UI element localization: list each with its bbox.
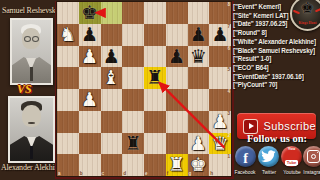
file-label: c: [102, 171, 105, 176]
piece-bK-b8[interactable]: ♚: [81, 2, 98, 24]
square-d6[interactable]: [122, 46, 144, 68]
square-a3[interactable]: [57, 111, 79, 133]
square-b7[interactable]: ♟: [79, 24, 101, 46]
square-h1[interactable]: 1h: [209, 154, 231, 176]
piece-wQ-h2[interactable]: ♛: [212, 133, 229, 155]
square-f2[interactable]: [166, 133, 188, 155]
file-label: a: [58, 171, 61, 176]
square-h6[interactable]: 6: [209, 46, 231, 68]
square-e8[interactable]: [144, 2, 166, 24]
player-name-white: Alexander Alekhine: [1, 163, 62, 172]
square-c2[interactable]: [101, 133, 123, 155]
pgn-tag-line-5: ["Black" Samuel Reshevsky]: [233, 47, 320, 56]
piece-bP-b7[interactable]: ♟: [81, 24, 98, 46]
pgn-tag-line-9: ["PlyCount" 70]: [233, 81, 320, 90]
square-a6[interactable]: [57, 46, 79, 68]
file-label: e: [145, 171, 148, 176]
twitter-bird-icon: [261, 150, 276, 163]
file-label: g: [189, 171, 192, 176]
square-h7[interactable]: 7♟: [209, 24, 231, 46]
rank-label: 7: [227, 24, 230, 29]
square-h2[interactable]: 2♛: [209, 133, 231, 155]
piece-bP-f6[interactable]: ♟: [168, 46, 185, 68]
square-f1[interactable]: f♜: [166, 154, 188, 176]
square-b3[interactable]: [79, 111, 101, 133]
chess-board[interactable]: ♚8♞♟♟7♟♟♟♟♛6♝♜5♟43♟♜♟2♛abcdef♜g♚1h: [57, 2, 231, 176]
square-b5[interactable]: [79, 67, 101, 89]
square-d8[interactable]: [122, 2, 144, 24]
square-c5[interactable]: ♝: [101, 67, 123, 89]
square-d3[interactable]: [122, 111, 144, 133]
piece-bP-h7[interactable]: ♟: [212, 24, 229, 46]
square-h5[interactable]: 5: [209, 67, 231, 89]
piece-bP-c6[interactable]: ♟: [103, 46, 120, 68]
square-c3[interactable]: [101, 111, 123, 133]
piece-wP-b4[interactable]: ♟: [81, 89, 98, 111]
rank-label: 5: [227, 67, 230, 72]
pgn-tag-line-4: ["White" Alexander Alekhine]: [233, 38, 320, 47]
square-b6[interactable]: ♟: [79, 46, 101, 68]
square-e6[interactable]: [144, 46, 166, 68]
square-f4[interactable]: [166, 89, 188, 111]
square-b2[interactable]: [79, 133, 101, 155]
square-c1[interactable]: c: [101, 154, 123, 176]
square-g6[interactable]: ♛: [188, 46, 210, 68]
rank-label: 4: [227, 89, 230, 94]
instagram-camera-icon: [307, 150, 320, 163]
piece-wR-f1[interactable]: ♜: [168, 154, 185, 176]
twitter-icon[interactable]: [258, 146, 279, 167]
square-e2[interactable]: [144, 133, 166, 155]
youtube-tube-text: Tube: [285, 160, 298, 166]
rank-label: 8: [227, 2, 230, 7]
rank-label: 1: [227, 154, 230, 159]
square-a5[interactable]: [57, 67, 79, 89]
square-a4[interactable]: [57, 89, 79, 111]
square-d1[interactable]: d: [122, 154, 144, 176]
square-a8[interactable]: [57, 2, 79, 24]
pgn-tag-line-8: ["EventDate" 1937.06.16]: [233, 73, 320, 82]
square-g8[interactable]: [188, 2, 210, 24]
square-c4[interactable]: [101, 89, 123, 111]
piece-wB-c5[interactable]: ♝: [103, 67, 120, 89]
file-label: b: [80, 171, 83, 176]
portrait-tie: [30, 146, 33, 159]
rank-label: 2: [227, 133, 230, 138]
piece-wP-g2[interactable]: ♟: [190, 133, 207, 155]
square-c6[interactable]: ♟: [101, 46, 123, 68]
piece-bR-e5[interactable]: ♜: [146, 67, 163, 89]
square-e3[interactable]: [144, 111, 166, 133]
player-name-black: Samuel Reshevsky: [2, 6, 59, 15]
pgn-tag-line-7: ["ECO" B64]: [233, 64, 320, 73]
glasses-left-lens: [24, 36, 31, 42]
square-g2[interactable]: ♟: [188, 133, 210, 155]
king-icon: ♚: [292, 1, 320, 16]
square-f3[interactable]: [166, 111, 188, 133]
square-h4[interactable]: 4: [209, 89, 231, 111]
facebook-icon[interactable]: f: [235, 146, 256, 167]
square-c7[interactable]: [101, 24, 123, 46]
portrait-tie: [30, 67, 33, 81]
alekhine-photo: [8, 96, 55, 163]
vs-label: VS: [17, 82, 32, 97]
youtube-icon[interactable]: You Tube: [281, 146, 302, 167]
square-e5[interactable]: ♜: [144, 67, 166, 89]
square-b4[interactable]: ♟: [79, 89, 101, 111]
file-label: f: [167, 171, 169, 176]
piece-bP-g7[interactable]: ♟: [190, 24, 207, 46]
square-a1[interactable]: a: [57, 154, 79, 176]
square-f8[interactable]: [166, 2, 188, 24]
piece-wK-g1[interactable]: ♚: [190, 154, 207, 176]
square-d5[interactable]: [122, 67, 144, 89]
square-e7[interactable]: [144, 24, 166, 46]
subscribe-label: Subscribe: [263, 120, 316, 132]
youtube-you-text: You: [285, 146, 298, 151]
square-a2[interactable]: [57, 133, 79, 155]
square-b8[interactable]: ♚: [79, 2, 101, 24]
instagram-icon[interactable]: [303, 146, 320, 167]
square-f5[interactable]: [166, 67, 188, 89]
piece-wN-a7[interactable]: ♞: [59, 24, 76, 46]
portrait-mustache: [28, 122, 35, 124]
square-g1[interactable]: g♚: [188, 154, 210, 176]
square-g5[interactable]: [188, 67, 210, 89]
square-g4[interactable]: [188, 89, 210, 111]
piece-wP-h3[interactable]: ♟: [212, 111, 229, 133]
reshevsky-photo: [10, 18, 53, 85]
follow-us-text: Follow us on:: [234, 133, 320, 144]
square-g3[interactable]: [188, 111, 210, 133]
square-g7[interactable]: ♟: [188, 24, 210, 46]
glasses-right-lens: [32, 36, 39, 42]
square-d4[interactable]: [122, 89, 144, 111]
instagram-label: Instagram: [299, 170, 320, 175]
file-label: d: [123, 171, 126, 176]
square-c8[interactable]: [101, 2, 123, 24]
square-e1[interactable]: e: [144, 154, 166, 176]
square-a7[interactable]: ♞: [57, 24, 79, 46]
square-e4[interactable]: [144, 89, 166, 111]
square-f6[interactable]: ♟: [166, 46, 188, 68]
piece-bQ-g6[interactable]: ♛: [190, 46, 207, 68]
piece-wP-b6[interactable]: ♟: [81, 46, 98, 68]
rank-label: 6: [227, 46, 230, 51]
square-f7[interactable]: [166, 24, 188, 46]
square-d7[interactable]: [122, 24, 144, 46]
pgn-tag-line-6: ["Result" 1-0]: [233, 55, 320, 64]
logo-text: Kings Hunt: [292, 21, 320, 25]
square-h8[interactable]: 8: [209, 2, 231, 24]
rank-label: 3: [227, 111, 230, 116]
square-h3[interactable]: 3♟: [209, 111, 231, 133]
youtube-play-icon: [243, 119, 258, 134]
square-d2[interactable]: ♜: [122, 133, 144, 155]
video-frame: Samuel Reshevsky VS Alexander Alekhine ♚…: [0, 0, 320, 180]
square-b1[interactable]: b: [79, 154, 101, 176]
file-label: h: [210, 171, 213, 176]
piece-bR-d2[interactable]: ♜: [125, 133, 142, 155]
